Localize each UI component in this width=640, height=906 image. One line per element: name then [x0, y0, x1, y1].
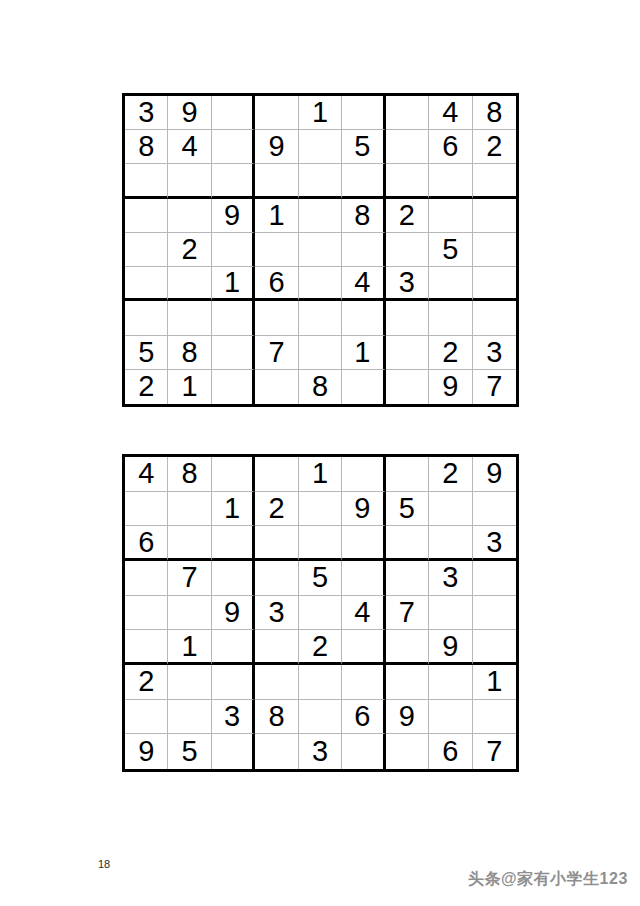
sudoku-bottom-cell-r9c9: 7: [473, 734, 516, 769]
sudoku-bottom-cell-r9c3[interactable]: [212, 734, 255, 769]
sudoku-top-cell-r1c9: 8: [473, 96, 516, 130]
sudoku-top-cell-r3c9[interactable]: [473, 164, 516, 198]
sudoku-bottom-cell-r5c6: 4: [342, 596, 385, 631]
sudoku-bottom-cell-r4c5: 5: [299, 561, 342, 596]
sudoku-bottom-cell-r5c8[interactable]: [429, 596, 472, 631]
sudoku-top-cell-r8c5[interactable]: [299, 336, 342, 370]
sudoku-bottom-cell-r4c8: 3: [429, 561, 472, 596]
sudoku-bottom-cell-r2c8[interactable]: [429, 492, 472, 527]
sudoku-bottom-cell-r4c9[interactable]: [473, 561, 516, 596]
sudoku-bottom-cell-r4c7[interactable]: [386, 561, 429, 596]
sudoku-top-cell-r3c5[interactable]: [299, 164, 342, 198]
sudoku-top-cell-r5c4[interactable]: [255, 233, 298, 267]
sudoku-bottom-cell-r2c1[interactable]: [125, 492, 168, 527]
sudoku-top-cell-r4c9[interactable]: [473, 199, 516, 233]
sudoku-bottom-cell-r8c1[interactable]: [125, 700, 168, 735]
sudoku-bottom-cell-r6c3[interactable]: [212, 630, 255, 665]
sudoku-bottom-cell-r2c6: 9: [342, 492, 385, 527]
sudoku-bottom-cell-r9c5: 3: [299, 734, 342, 769]
sudoku-bottom-cell-r4c6[interactable]: [342, 561, 385, 596]
sudoku-top-cell-r4c2[interactable]: [168, 199, 211, 233]
sudoku-bottom-cell-r7c2[interactable]: [168, 665, 211, 700]
sudoku-bottom-cell-r4c2: 7: [168, 561, 211, 596]
sudoku-top-cell-r3c4[interactable]: [255, 164, 298, 198]
sudoku-bottom-cell-r2c2[interactable]: [168, 492, 211, 527]
sudoku-top-cell-r2c8: 6: [429, 130, 472, 164]
sudoku-bottom-cell-r3c2[interactable]: [168, 526, 211, 561]
sudoku-top-cell-r2c7[interactable]: [386, 130, 429, 164]
sudoku-top-cell-r7c8[interactable]: [429, 301, 472, 335]
sudoku-bottom-cell-r7c6[interactable]: [342, 665, 385, 700]
sudoku-top-cell-r6c9[interactable]: [473, 267, 516, 301]
sudoku-top-cell-r9c8: 9: [429, 370, 472, 404]
sudoku-worksheet-page: 39148849562918225164358712321897 4812912…: [0, 0, 640, 906]
sudoku-top-cell-r6c7: 3: [386, 267, 429, 301]
sudoku-top-cell-r3c1[interactable]: [125, 164, 168, 198]
sudoku-top-cell-r9c4[interactable]: [255, 370, 298, 404]
sudoku-top-cell-r5c8: 5: [429, 233, 472, 267]
sudoku-top-cell-r1c2: 9: [168, 96, 211, 130]
sudoku-top-cell-r8c3[interactable]: [212, 336, 255, 370]
sudoku-top-cell-r9c9: 7: [473, 370, 516, 404]
sudoku-bottom-cell-r4c3[interactable]: [212, 561, 255, 596]
sudoku-top-cell-r3c2[interactable]: [168, 164, 211, 198]
sudoku-top-cell-r5c1[interactable]: [125, 233, 168, 267]
sudoku-top-cell-r7c4[interactable]: [255, 301, 298, 335]
sudoku-bottom-cell-r8c5[interactable]: [299, 700, 342, 735]
sudoku-top-cell-r1c4[interactable]: [255, 96, 298, 130]
sudoku-top-cell-r6c6: 4: [342, 267, 385, 301]
sudoku-top-cell-r8c4: 7: [255, 336, 298, 370]
sudoku-top-cell-r4c3: 9: [212, 199, 255, 233]
sudoku-grid-2: 48129129563753934712921386995367: [122, 454, 519, 772]
sudoku-bottom-cell-r3c7[interactable]: [386, 526, 429, 561]
sudoku-bottom-cell-r9c2: 5: [168, 734, 211, 769]
sudoku-bottom-cell-r7c7[interactable]: [386, 665, 429, 700]
sudoku-top-cell-r5c6[interactable]: [342, 233, 385, 267]
sudoku-bottom-cell-r2c7: 5: [386, 492, 429, 527]
sudoku-bottom-cell-r5c7: 7: [386, 596, 429, 631]
sudoku-bottom-cell-r8c3: 3: [212, 700, 255, 735]
sudoku-bottom-cell-r6c5: 2: [299, 630, 342, 665]
sudoku-bottom-cell-r8c7: 9: [386, 700, 429, 735]
sudoku-top-cell-r7c6[interactable]: [342, 301, 385, 335]
sudoku-top-cell-r5c7[interactable]: [386, 233, 429, 267]
sudoku-bottom-cell-r1c5: 1: [299, 457, 342, 492]
sudoku-top-cell-r4c6: 8: [342, 199, 385, 233]
sudoku-bottom-cell-r6c2: 1: [168, 630, 211, 665]
sudoku-top-cell-r9c6[interactable]: [342, 370, 385, 404]
sudoku-top-cell-r7c1[interactable]: [125, 301, 168, 335]
sudoku-bottom-cell-r5c3: 9: [212, 596, 255, 631]
sudoku-bottom-cell-r8c9[interactable]: [473, 700, 516, 735]
sudoku-top-cell-r3c3[interactable]: [212, 164, 255, 198]
sudoku-top-cell-r7c5[interactable]: [299, 301, 342, 335]
sudoku-bottom-cell-r1c4[interactable]: [255, 457, 298, 492]
sudoku-bottom-cell-r4c4[interactable]: [255, 561, 298, 596]
sudoku-top-cell-r1c1: 3: [125, 96, 168, 130]
sudoku-top-cell-r7c2[interactable]: [168, 301, 211, 335]
sudoku-top-cell-r4c4: 1: [255, 199, 298, 233]
sudoku-top-cell-r6c1[interactable]: [125, 267, 168, 301]
sudoku-bottom-cell-r6c8: 9: [429, 630, 472, 665]
sudoku-top-cell-r4c5[interactable]: [299, 199, 342, 233]
sudoku-top-cell-r9c3[interactable]: [212, 370, 255, 404]
sudoku-top-cell-r2c4: 9: [255, 130, 298, 164]
sudoku-top-cell-r7c7[interactable]: [386, 301, 429, 335]
sudoku-top-cell-r9c7[interactable]: [386, 370, 429, 404]
sudoku-bottom-cell-r8c6: 6: [342, 700, 385, 735]
sudoku-bottom-cell-r3c6[interactable]: [342, 526, 385, 561]
page-number: 18: [98, 858, 110, 870]
sudoku-bottom-cell-r1c9: 9: [473, 457, 516, 492]
sudoku-top-cell-r9c2: 1: [168, 370, 211, 404]
sudoku-bottom-cell-r3c3[interactable]: [212, 526, 255, 561]
sudoku-top-cell-r5c5[interactable]: [299, 233, 342, 267]
sudoku-bottom-cell-r1c1: 4: [125, 457, 168, 492]
sudoku-bottom-cell-r7c1: 2: [125, 665, 168, 700]
sudoku-bottom-cell-r1c6[interactable]: [342, 457, 385, 492]
sudoku-bottom-cell-r9c1: 9: [125, 734, 168, 769]
sudoku-top-cell-r5c9[interactable]: [473, 233, 516, 267]
sudoku-bottom-cell-r1c8: 2: [429, 457, 472, 492]
sudoku-bottom-cell-r5c5[interactable]: [299, 596, 342, 631]
sudoku-top-cell-r1c5: 1: [299, 96, 342, 130]
sudoku-bottom-cell-r4c1[interactable]: [125, 561, 168, 596]
sudoku-bottom-cell-r5c4: 3: [255, 596, 298, 631]
sudoku-bottom-cell-r1c3[interactable]: [212, 457, 255, 492]
sudoku-top-cell-r8c7[interactable]: [386, 336, 429, 370]
sudoku-bottom-cell-r6c6[interactable]: [342, 630, 385, 665]
sudoku-bottom-cell-r3c5[interactable]: [299, 526, 342, 561]
sudoku-bottom-cell-r3c4[interactable]: [255, 526, 298, 561]
sudoku-top-cell-r9c5: 8: [299, 370, 342, 404]
sudoku-top-cell-r6c8[interactable]: [429, 267, 472, 301]
sudoku-top-cell-r1c8: 4: [429, 96, 472, 130]
sudoku-top-cell-r2c6: 5: [342, 130, 385, 164]
sudoku-top-cell-r8c1: 5: [125, 336, 168, 370]
sudoku-top-cell-r8c2: 8: [168, 336, 211, 370]
sudoku-bottom-cell-r1c7[interactable]: [386, 457, 429, 492]
sudoku-top-cell-r7c9[interactable]: [473, 301, 516, 335]
sudoku-bottom-cell-r7c4[interactable]: [255, 665, 298, 700]
sudoku-top-cell-r9c1: 2: [125, 370, 168, 404]
sudoku-top-cell-r6c4: 6: [255, 267, 298, 301]
sudoku-bottom-cell-r5c9[interactable]: [473, 596, 516, 631]
sudoku-top-cell-r8c8: 2: [429, 336, 472, 370]
sudoku-bottom-cell-r5c1[interactable]: [125, 596, 168, 631]
sudoku-bottom-cell-r6c7[interactable]: [386, 630, 429, 665]
sudoku-top-cell-r4c8[interactable]: [429, 199, 472, 233]
sudoku-bottom-cell-r2c5[interactable]: [299, 492, 342, 527]
sudoku-bottom-cell-r1c2: 8: [168, 457, 211, 492]
sudoku-top-cell-r2c2: 4: [168, 130, 211, 164]
sudoku-top-cell-r4c1[interactable]: [125, 199, 168, 233]
sudoku-top-cell-r8c6: 1: [342, 336, 385, 370]
sudoku-bottom-cell-r7c5[interactable]: [299, 665, 342, 700]
sudoku-top-cell-r3c6[interactable]: [342, 164, 385, 198]
sudoku-bottom-cell-r9c7[interactable]: [386, 734, 429, 769]
sudoku-bottom-cell-r9c6[interactable]: [342, 734, 385, 769]
sudoku-bottom-cell-r7c9: 1: [473, 665, 516, 700]
sudoku-top-cell-r3c7[interactable]: [386, 164, 429, 198]
sudoku-bottom-cell-r2c4: 2: [255, 492, 298, 527]
sudoku-top-cell-r1c7[interactable]: [386, 96, 429, 130]
sudoku-top-cell-r5c3[interactable]: [212, 233, 255, 267]
sudoku-grid-1: 39148849562918225164358712321897: [122, 93, 519, 407]
sudoku-top-cell-r8c9: 3: [473, 336, 516, 370]
sudoku-top-cell-r2c3[interactable]: [212, 130, 255, 164]
sudoku-top-cell-r2c1: 8: [125, 130, 168, 164]
sudoku-bottom-cell-r7c3[interactable]: [212, 665, 255, 700]
sudoku-bottom-cell-r6c9[interactable]: [473, 630, 516, 665]
sudoku-top-cell-r1c3[interactable]: [212, 96, 255, 130]
sudoku-bottom-cell-r3c9: 3: [473, 526, 516, 561]
sudoku-bottom-cell-r8c2[interactable]: [168, 700, 211, 735]
sudoku-top-cell-r6c2[interactable]: [168, 267, 211, 301]
sudoku-bottom-cell-r9c4[interactable]: [255, 734, 298, 769]
sudoku-bottom-cell-r9c8: 6: [429, 734, 472, 769]
sudoku-top-cell-r2c5[interactable]: [299, 130, 342, 164]
sudoku-bottom-cell-r3c8[interactable]: [429, 526, 472, 561]
sudoku-bottom-cell-r8c8[interactable]: [429, 700, 472, 735]
sudoku-top-cell-r3c8[interactable]: [429, 164, 472, 198]
sudoku-top-cell-r5c2: 2: [168, 233, 211, 267]
sudoku-top-cell-r7c3[interactable]: [212, 301, 255, 335]
sudoku-bottom-cell-r6c1[interactable]: [125, 630, 168, 665]
sudoku-bottom-cell-r6c4[interactable]: [255, 630, 298, 665]
sudoku-bottom-cell-r2c3: 1: [212, 492, 255, 527]
sudoku-top-cell-r6c5[interactable]: [299, 267, 342, 301]
sudoku-bottom-cell-r5c2[interactable]: [168, 596, 211, 631]
sudoku-top-cell-r2c9: 2: [473, 130, 516, 164]
sudoku-top-cell-r4c7: 2: [386, 199, 429, 233]
sudoku-bottom-cell-r8c4: 8: [255, 700, 298, 735]
sudoku-bottom-cell-r3c1: 6: [125, 526, 168, 561]
sudoku-bottom-cell-r2c9[interactable]: [473, 492, 516, 527]
watermark: 头条@家有小学生123: [468, 869, 628, 890]
sudoku-bottom-cell-r7c8[interactable]: [429, 665, 472, 700]
sudoku-top-cell-r6c3: 1: [212, 267, 255, 301]
sudoku-top-cell-r1c6[interactable]: [342, 96, 385, 130]
